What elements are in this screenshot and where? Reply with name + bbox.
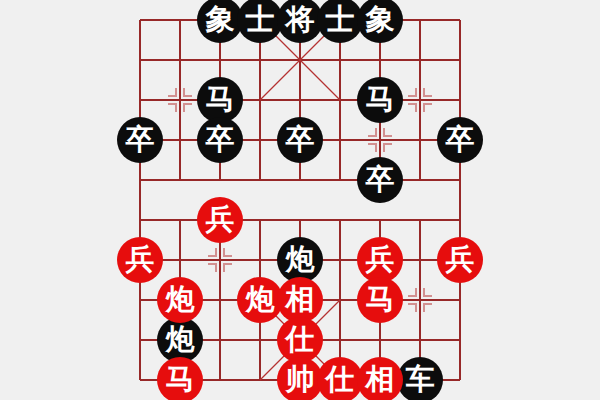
- piece-black-soldier[interactable]: 卒: [197, 117, 243, 163]
- piece-red-cannon[interactable]: 炮: [157, 277, 203, 323]
- piece-red-horse[interactable]: 马: [357, 277, 403, 323]
- piece-black-soldier[interactable]: 卒: [277, 117, 323, 163]
- piece-black-soldier[interactable]: 卒: [437, 117, 483, 163]
- piece-black-elephant[interactable]: 象: [357, 0, 403, 43]
- piece-black-soldier[interactable]: 卒: [117, 117, 163, 163]
- piece-black-soldier[interactable]: 卒: [357, 157, 403, 203]
- piece-red-elephant[interactable]: 相: [357, 357, 403, 400]
- piece-black-chariot[interactable]: 车: [397, 357, 443, 400]
- piece-red-soldier[interactable]: 兵: [197, 197, 243, 243]
- piece-red-soldier[interactable]: 兵: [117, 237, 163, 283]
- piece-black-horse[interactable]: 马: [357, 77, 403, 123]
- piece-red-soldier[interactable]: 兵: [437, 237, 483, 283]
- xiangqi-board: 象士将士象马马卒卒卒卒卒炮炮车兵兵兵兵炮炮相马仕马帅仕相: [0, 0, 600, 400]
- piece-red-horse[interactable]: 马: [157, 357, 203, 400]
- piece-layer: 象士将士象马马卒卒卒卒卒炮炮车兵兵兵兵炮炮相马仕马帅仕相: [120, 0, 480, 400]
